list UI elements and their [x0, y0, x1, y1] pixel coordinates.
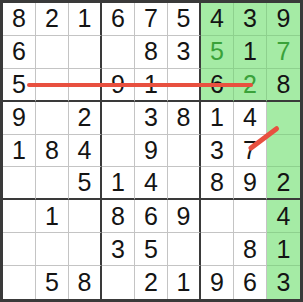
- cell-r9c8[interactable]: 6: [234, 266, 267, 299]
- cell-r2c2[interactable]: [36, 36, 69, 69]
- cell-r2c9[interactable]: 7: [267, 36, 300, 69]
- cell-r7c6[interactable]: 9: [168, 200, 201, 233]
- cell-r1c3[interactable]: 1: [69, 3, 102, 36]
- cell-r7c9[interactable]: 4: [267, 200, 300, 233]
- cell-r7c8[interactable]: [234, 200, 267, 233]
- cell-r4c8[interactable]: 4: [234, 102, 267, 135]
- cell-r9c7[interactable]: 9: [201, 266, 234, 299]
- cell-r5c3[interactable]: 4: [69, 135, 102, 168]
- cell-r9c6[interactable]: 1: [168, 266, 201, 299]
- cell-r4c4[interactable]: [102, 102, 135, 135]
- cell-r4c1[interactable]: 9: [3, 102, 36, 135]
- cell-r7c5[interactable]: 6: [135, 200, 168, 233]
- cell-r6c3[interactable]: 5: [69, 167, 102, 200]
- cell-r4c9[interactable]: [267, 102, 300, 135]
- cell-r7c3[interactable]: [69, 200, 102, 233]
- cell-r7c4[interactable]: 8: [102, 200, 135, 233]
- cell-r1c2[interactable]: 2: [36, 3, 69, 36]
- cell-r5c6[interactable]: [168, 135, 201, 168]
- cell-r8c1[interactable]: [3, 233, 36, 266]
- cell-r3c3[interactable]: [69, 69, 102, 102]
- cell-r6c2[interactable]: [36, 167, 69, 200]
- cell-r3c4[interactable]: 9: [102, 69, 135, 102]
- cell-r4c6[interactable]: 8: [168, 102, 201, 135]
- cell-r5c7[interactable]: 3: [201, 135, 234, 168]
- cell-r9c9[interactable]: 3: [267, 266, 300, 299]
- cell-r1c1[interactable]: 8: [3, 3, 36, 36]
- cell-r8c7[interactable]: [201, 233, 234, 266]
- cell-r5c5[interactable]: 9: [135, 135, 168, 168]
- cell-r5c8[interactable]: 7: [234, 135, 267, 168]
- cell-r2c5[interactable]: 8: [135, 36, 168, 69]
- cell-r4c2[interactable]: [36, 102, 69, 135]
- cell-r4c7[interactable]: 1: [201, 102, 234, 135]
- cell-r8c9[interactable]: 1: [267, 233, 300, 266]
- cell-r1c8[interactable]: 3: [234, 3, 267, 36]
- cell-r9c5[interactable]: 2: [135, 266, 168, 299]
- cell-r5c2[interactable]: 8: [36, 135, 69, 168]
- cell-r8c5[interactable]: 5: [135, 233, 168, 266]
- cell-r7c2[interactable]: 1: [36, 200, 69, 233]
- cell-r9c4[interactable]: [102, 266, 135, 299]
- cell-r4c5[interactable]: 3: [135, 102, 168, 135]
- cell-r6c7[interactable]: 8: [201, 167, 234, 200]
- cell-r3c2[interactable]: [36, 69, 69, 102]
- cell-r1c9[interactable]: 9: [267, 3, 300, 36]
- cell-r2c8[interactable]: 1: [234, 36, 267, 69]
- cell-r6c1[interactable]: [3, 167, 36, 200]
- sudoku-grid: 8216754396835175916289238141849375148921…: [3, 3, 300, 299]
- cell-r1c4[interactable]: 6: [102, 3, 135, 36]
- sudoku-board: 8216754396835175916289238141849375148921…: [0, 0, 303, 302]
- cell-r2c4[interactable]: [102, 36, 135, 69]
- cell-r3c9[interactable]: 8: [267, 69, 300, 102]
- cell-r8c3[interactable]: [69, 233, 102, 266]
- cell-r6c9[interactable]: 2: [267, 167, 300, 200]
- cell-r1c7[interactable]: 4: [201, 3, 234, 36]
- cell-r2c7[interactable]: 5: [201, 36, 234, 69]
- cell-r3c7[interactable]: 6: [201, 69, 234, 102]
- cell-r6c4[interactable]: 1: [102, 167, 135, 200]
- cell-r8c2[interactable]: [36, 233, 69, 266]
- cell-r9c1[interactable]: [3, 266, 36, 299]
- cell-r4c3[interactable]: 2: [69, 102, 102, 135]
- cell-r6c8[interactable]: 9: [234, 167, 267, 200]
- cell-r6c6[interactable]: [168, 167, 201, 200]
- cell-r1c5[interactable]: 7: [135, 3, 168, 36]
- cell-r5c1[interactable]: 1: [3, 135, 36, 168]
- cell-r5c9[interactable]: [267, 135, 300, 168]
- cell-r3c5[interactable]: 1: [135, 69, 168, 102]
- cell-r2c3[interactable]: [69, 36, 102, 69]
- cell-r3c8[interactable]: 2: [234, 69, 267, 102]
- cell-r6c5[interactable]: 4: [135, 167, 168, 200]
- cell-r3c6[interactable]: [168, 69, 201, 102]
- cell-r8c6[interactable]: [168, 233, 201, 266]
- cell-r8c8[interactable]: 8: [234, 233, 267, 266]
- cell-r5c4[interactable]: [102, 135, 135, 168]
- cell-r2c1[interactable]: 6: [3, 36, 36, 69]
- cell-r7c7[interactable]: [201, 200, 234, 233]
- cell-r2c6[interactable]: 3: [168, 36, 201, 69]
- cell-r9c2[interactable]: 5: [36, 266, 69, 299]
- cell-r3c1[interactable]: 5: [3, 69, 36, 102]
- cell-r7c1[interactable]: [3, 200, 36, 233]
- cell-r8c4[interactable]: 3: [102, 233, 135, 266]
- cell-r1c6[interactable]: 5: [168, 3, 201, 36]
- cell-r9c3[interactable]: 8: [69, 266, 102, 299]
